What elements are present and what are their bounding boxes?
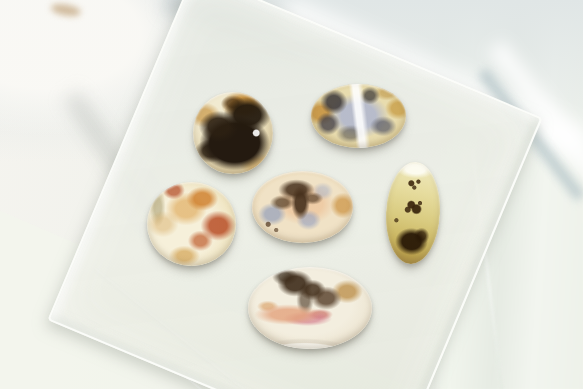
agate-cabochon-top-right xyxy=(311,84,406,148)
photo-scene xyxy=(0,0,583,389)
agate-cabochon-top-left xyxy=(193,92,273,174)
agate-cabochon-mid-left xyxy=(147,182,236,266)
agate-cabochon-mid-center xyxy=(252,171,353,243)
agate-cabochon-bottom-center xyxy=(248,267,372,349)
